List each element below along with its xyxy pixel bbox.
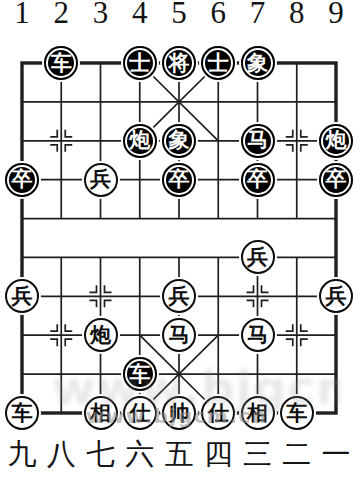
piece-black-卒[interactable]: 卒 <box>162 163 196 197</box>
piece-black-象[interactable]: 象 <box>162 124 196 158</box>
xiangqi-diagram: 123456789 九八七六五四三二一 车士将士象炮象马炮卒卒卒卒车兵兵兵兵兵炮… <box>0 0 364 480</box>
piece-black-车[interactable]: 车 <box>44 46 78 80</box>
piece-black-炮[interactable]: 炮 <box>123 124 157 158</box>
piece-red-仕[interactable]: 仕 <box>123 396 157 430</box>
piece-red-仕[interactable]: 仕 <box>201 396 235 430</box>
piece-black-炮[interactable]: 炮 <box>319 124 353 158</box>
piece-red-车[interactable]: 车 <box>5 396 39 430</box>
piece-black-士[interactable]: 士 <box>123 46 157 80</box>
piece-red-马[interactable]: 马 <box>162 318 196 352</box>
piece-black-士[interactable]: 士 <box>201 46 235 80</box>
pieces-layer: 车士将士象炮象马炮卒卒卒卒车兵兵兵兵兵炮马马车相仕帅仕相车 <box>0 0 364 480</box>
piece-black-车[interactable]: 车 <box>123 357 157 391</box>
piece-red-兵[interactable]: 兵 <box>319 279 353 313</box>
piece-black-将[interactable]: 将 <box>162 46 196 80</box>
piece-red-炮[interactable]: 炮 <box>84 318 118 352</box>
piece-black-卒[interactable]: 卒 <box>241 163 275 197</box>
piece-black-卒[interactable]: 卒 <box>5 163 39 197</box>
piece-red-马[interactable]: 马 <box>241 318 275 352</box>
piece-red-相[interactable]: 相 <box>84 396 118 430</box>
piece-red-帅[interactable]: 帅 <box>162 396 196 430</box>
piece-black-卒[interactable]: 卒 <box>319 163 353 197</box>
piece-red-兵[interactable]: 兵 <box>241 240 275 274</box>
piece-red-兵[interactable]: 兵 <box>162 279 196 313</box>
piece-red-兵[interactable]: 兵 <box>5 279 39 313</box>
piece-red-兵[interactable]: 兵 <box>84 163 118 197</box>
piece-red-车[interactable]: 车 <box>280 396 314 430</box>
piece-black-马[interactable]: 马 <box>241 124 275 158</box>
piece-red-相[interactable]: 相 <box>241 396 275 430</box>
piece-black-象[interactable]: 象 <box>241 46 275 80</box>
